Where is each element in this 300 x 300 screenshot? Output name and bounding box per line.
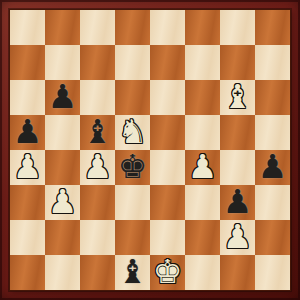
square-h7[interactable] <box>255 45 290 80</box>
white-pawn-c4[interactable]: ♟ <box>83 150 113 183</box>
square-a1[interactable] <box>10 255 45 290</box>
chess-board: ♟♝♟♝♞♟♟♚♟♟♟♟♟♝♚ <box>9 9 291 291</box>
square-e2[interactable] <box>150 220 185 255</box>
white-bishop-g6[interactable]: ♝ <box>223 80 253 113</box>
square-h5[interactable] <box>255 115 290 150</box>
square-g3[interactable]: ♟ <box>220 185 255 220</box>
square-e8[interactable] <box>150 10 185 45</box>
square-b5[interactable] <box>45 115 80 150</box>
square-a4[interactable]: ♟ <box>10 150 45 185</box>
square-d6[interactable] <box>115 80 150 115</box>
square-b6[interactable]: ♟ <box>45 80 80 115</box>
square-f3[interactable] <box>185 185 220 220</box>
square-a5[interactable]: ♟ <box>10 115 45 150</box>
square-g6[interactable]: ♝ <box>220 80 255 115</box>
square-g8[interactable] <box>220 10 255 45</box>
square-h3[interactable] <box>255 185 290 220</box>
square-e6[interactable] <box>150 80 185 115</box>
square-a6[interactable] <box>10 80 45 115</box>
square-b8[interactable] <box>45 10 80 45</box>
square-e3[interactable] <box>150 185 185 220</box>
square-g1[interactable] <box>220 255 255 290</box>
square-f7[interactable] <box>185 45 220 80</box>
square-a3[interactable] <box>10 185 45 220</box>
square-c2[interactable] <box>80 220 115 255</box>
square-b3[interactable]: ♟ <box>45 185 80 220</box>
square-b1[interactable] <box>45 255 80 290</box>
black-pawn-g3[interactable]: ♟ <box>223 185 253 218</box>
square-d7[interactable] <box>115 45 150 80</box>
square-g4[interactable] <box>220 150 255 185</box>
square-a2[interactable] <box>10 220 45 255</box>
square-b2[interactable] <box>45 220 80 255</box>
white-pawn-f4[interactable]: ♟ <box>188 150 218 183</box>
white-pawn-a4[interactable]: ♟ <box>13 150 43 183</box>
white-pawn-b3[interactable]: ♟ <box>48 185 78 218</box>
black-pawn-h4[interactable]: ♟ <box>258 150 288 183</box>
square-d4[interactable]: ♚ <box>115 150 150 185</box>
square-g7[interactable] <box>220 45 255 80</box>
square-e7[interactable] <box>150 45 185 80</box>
square-g2[interactable]: ♟ <box>220 220 255 255</box>
square-h2[interactable] <box>255 220 290 255</box>
board-frame: ♟♝♟♝♞♟♟♚♟♟♟♟♟♝♚ <box>0 0 300 300</box>
white-pawn-g2[interactable]: ♟ <box>223 220 253 253</box>
square-f1[interactable] <box>185 255 220 290</box>
square-f4[interactable]: ♟ <box>185 150 220 185</box>
square-f8[interactable] <box>185 10 220 45</box>
square-c3[interactable] <box>80 185 115 220</box>
square-f6[interactable] <box>185 80 220 115</box>
square-c8[interactable] <box>80 10 115 45</box>
square-h1[interactable] <box>255 255 290 290</box>
square-a8[interactable] <box>10 10 45 45</box>
square-h8[interactable] <box>255 10 290 45</box>
square-d5[interactable]: ♞ <box>115 115 150 150</box>
square-d8[interactable] <box>115 10 150 45</box>
square-d3[interactable] <box>115 185 150 220</box>
square-f2[interactable] <box>185 220 220 255</box>
square-c1[interactable] <box>80 255 115 290</box>
square-h4[interactable]: ♟ <box>255 150 290 185</box>
square-g5[interactable] <box>220 115 255 150</box>
square-b4[interactable] <box>45 150 80 185</box>
white-king-e1[interactable]: ♚ <box>153 255 183 288</box>
square-h6[interactable] <box>255 80 290 115</box>
white-knight-d5[interactable]: ♞ <box>118 115 148 148</box>
square-c6[interactable] <box>80 80 115 115</box>
square-c4[interactable]: ♟ <box>80 150 115 185</box>
square-f5[interactable] <box>185 115 220 150</box>
square-e1[interactable]: ♚ <box>150 255 185 290</box>
black-pawn-b6[interactable]: ♟ <box>48 80 78 113</box>
square-e4[interactable] <box>150 150 185 185</box>
square-b7[interactable] <box>45 45 80 80</box>
square-c7[interactable] <box>80 45 115 80</box>
square-d2[interactable] <box>115 220 150 255</box>
square-a7[interactable] <box>10 45 45 80</box>
square-c5[interactable]: ♝ <box>80 115 115 150</box>
square-d1[interactable]: ♝ <box>115 255 150 290</box>
black-king-d4[interactable]: ♚ <box>118 150 148 183</box>
black-bishop-c5[interactable]: ♝ <box>83 115 113 148</box>
black-bishop-d1[interactable]: ♝ <box>118 255 148 288</box>
square-e5[interactable] <box>150 115 185 150</box>
black-pawn-a5[interactable]: ♟ <box>13 115 43 148</box>
